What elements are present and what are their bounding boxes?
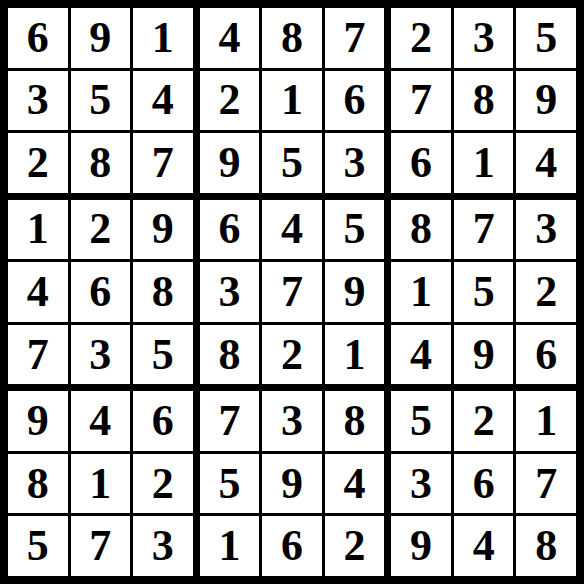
cell-r2c4[interactable]: 2 [200,71,260,131]
cell-r3c1[interactable]: 2 [8,133,68,193]
cell-r8c6[interactable]: 4 [325,454,385,514]
cell-r5c8[interactable]: 5 [454,262,514,322]
cell-r9c6[interactable]: 2 [325,516,385,576]
cell-r4c3[interactable]: 9 [133,200,193,260]
sudoku-block-5: 645379821 [200,200,385,385]
cell-r9c8[interactable]: 4 [454,516,514,576]
cell-r7c2[interactable]: 4 [71,391,131,451]
cell-r6c8[interactable]: 9 [454,325,514,385]
cell-r7c5[interactable]: 3 [262,391,322,451]
cell-r7c7[interactable]: 5 [391,391,451,451]
cell-r2c2[interactable]: 5 [71,71,131,131]
cell-r8c5[interactable]: 9 [262,454,322,514]
cell-r1c9[interactable]: 5 [516,8,576,68]
cell-r4c2[interactable]: 2 [71,200,131,260]
cell-r9c7[interactable]: 9 [391,516,451,576]
cell-r1c6[interactable]: 7 [325,8,385,68]
cell-r8c4[interactable]: 5 [200,454,260,514]
cell-r1c4[interactable]: 4 [200,8,260,68]
cell-r4c5[interactable]: 4 [262,200,322,260]
cell-r5c5[interactable]: 7 [262,262,322,322]
cell-r8c9[interactable]: 7 [516,454,576,514]
cell-r3c5[interactable]: 5 [262,133,322,193]
cell-r3c3[interactable]: 7 [133,133,193,193]
cell-r6c9[interactable]: 6 [516,325,576,385]
cell-r9c9[interactable]: 8 [516,516,576,576]
cell-r7c3[interactable]: 6 [133,391,193,451]
cell-r7c4[interactable]: 7 [200,391,260,451]
sudoku-block-7: 946812573 [8,391,193,576]
cell-r8c1[interactable]: 8 [8,454,68,514]
sudoku-block-3: 235789614 [391,8,576,193]
cell-r7c9[interactable]: 1 [516,391,576,451]
cell-r2c6[interactable]: 6 [325,71,385,131]
cell-r1c7[interactable]: 2 [391,8,451,68]
cell-r6c3[interactable]: 5 [133,325,193,385]
cell-r5c3[interactable]: 8 [133,262,193,322]
cell-r6c5[interactable]: 2 [262,325,322,385]
cell-r5c1[interactable]: 4 [8,262,68,322]
cell-r4c1[interactable]: 1 [8,200,68,260]
cell-r2c3[interactable]: 4 [133,71,193,131]
cell-r5c4[interactable]: 3 [200,262,260,322]
cell-r5c6[interactable]: 9 [325,262,385,322]
cell-r8c2[interactable]: 1 [71,454,131,514]
cell-r5c7[interactable]: 1 [391,262,451,322]
cell-r4c4[interactable]: 6 [200,200,260,260]
cell-r3c7[interactable]: 6 [391,133,451,193]
cell-r1c2[interactable]: 9 [71,8,131,68]
cell-r1c3[interactable]: 1 [133,8,193,68]
cell-r1c5[interactable]: 8 [262,8,322,68]
cell-r8c8[interactable]: 6 [454,454,514,514]
cell-r6c6[interactable]: 1 [325,325,385,385]
cell-r4c6[interactable]: 5 [325,200,385,260]
cell-r6c2[interactable]: 3 [71,325,131,385]
sudoku-block-8: 738594162 [200,391,385,576]
cell-r2c7[interactable]: 7 [391,71,451,131]
cell-r9c3[interactable]: 3 [133,516,193,576]
cell-r8c7[interactable]: 3 [391,454,451,514]
cell-r1c8[interactable]: 3 [454,8,514,68]
cell-r5c9[interactable]: 2 [516,262,576,322]
cell-r3c6[interactable]: 3 [325,133,385,193]
cell-r4c9[interactable]: 3 [516,200,576,260]
cell-r7c6[interactable]: 8 [325,391,385,451]
sudoku-block-1: 691354287 [8,8,193,193]
sudoku-block-6: 873152496 [391,200,576,385]
cell-r7c8[interactable]: 2 [454,391,514,451]
sudoku-board: 6913542874872169532357896141294687356453… [0,0,584,584]
cell-r9c2[interactable]: 7 [71,516,131,576]
cell-r3c4[interactable]: 9 [200,133,260,193]
cell-r4c8[interactable]: 7 [454,200,514,260]
sudoku-block-4: 129468735 [8,200,193,385]
cell-r9c5[interactable]: 6 [262,516,322,576]
cell-r6c7[interactable]: 4 [391,325,451,385]
cell-r7c1[interactable]: 9 [8,391,68,451]
cell-r9c1[interactable]: 5 [8,516,68,576]
cell-r3c2[interactable]: 8 [71,133,131,193]
sudoku-block-2: 487216953 [200,8,385,193]
cell-r6c1[interactable]: 7 [8,325,68,385]
cell-r2c5[interactable]: 1 [262,71,322,131]
cell-r2c8[interactable]: 8 [454,71,514,131]
cell-r4c7[interactable]: 8 [391,200,451,260]
cell-r2c9[interactable]: 9 [516,71,576,131]
cell-r8c3[interactable]: 2 [133,454,193,514]
cell-r2c1[interactable]: 3 [8,71,68,131]
cell-r1c1[interactable]: 6 [8,8,68,68]
cell-r3c9[interactable]: 4 [516,133,576,193]
sudoku-block-9: 521367948 [391,391,576,576]
cell-r3c8[interactable]: 1 [454,133,514,193]
cell-r5c2[interactable]: 6 [71,262,131,322]
cell-r9c4[interactable]: 1 [200,516,260,576]
cell-r6c4[interactable]: 8 [200,325,260,385]
